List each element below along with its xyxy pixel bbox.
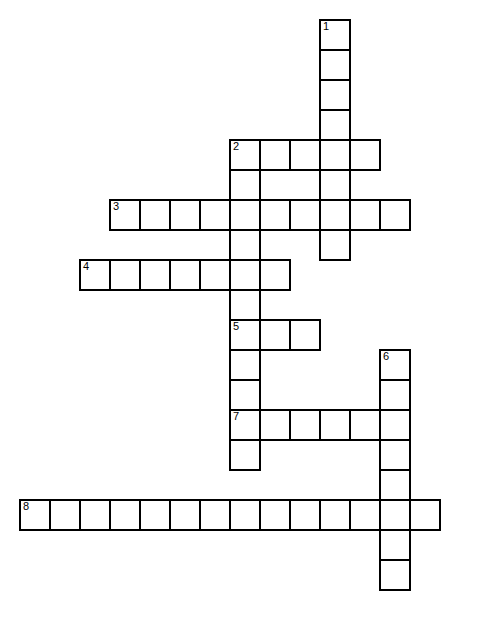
crossword-cell[interactable]	[199, 199, 231, 231]
crossword-cell[interactable]	[229, 379, 261, 411]
clue-number: 8	[23, 501, 29, 512]
crossword-cell[interactable]	[259, 499, 291, 531]
crossword-cell[interactable]	[259, 199, 291, 231]
crossword-cell[interactable]	[289, 199, 321, 231]
crossword-cell[interactable]	[349, 139, 381, 171]
crossword-cell[interactable]	[319, 199, 351, 231]
crossword-cell[interactable]	[109, 499, 141, 531]
crossword-cell[interactable]: 6	[379, 349, 411, 381]
crossword-board: 12345678	[20, 20, 440, 590]
crossword-cell[interactable]	[199, 259, 231, 291]
crossword-cell[interactable]	[139, 499, 171, 531]
crossword-cell[interactable]	[289, 139, 321, 171]
crossword-cell[interactable]	[109, 259, 141, 291]
crossword-cell[interactable]	[229, 199, 261, 231]
clue-number: 5	[233, 321, 239, 332]
crossword-cell[interactable]	[229, 289, 261, 321]
clue-number: 6	[383, 351, 389, 362]
crossword-cell[interactable]	[229, 439, 261, 471]
crossword-cell[interactable]	[349, 409, 381, 441]
crossword-cell[interactable]	[169, 499, 201, 531]
crossword-cell[interactable]	[379, 529, 411, 561]
crossword-cell[interactable]: 2	[229, 139, 261, 171]
crossword-cell[interactable]: 1	[319, 19, 351, 51]
crossword-cell[interactable]	[229, 259, 261, 291]
crossword-cell[interactable]: 5	[229, 319, 261, 351]
crossword-cell[interactable]	[379, 439, 411, 471]
crossword-cell[interactable]	[379, 409, 411, 441]
crossword-cell[interactable]	[379, 379, 411, 411]
crossword-cell[interactable]	[259, 319, 291, 351]
crossword-cell[interactable]	[229, 229, 261, 261]
crossword-cell[interactable]	[79, 499, 111, 531]
crossword-cell[interactable]	[379, 199, 411, 231]
crossword-cell[interactable]	[379, 499, 411, 531]
crossword-cell[interactable]: 3	[109, 199, 141, 231]
crossword-cell[interactable]	[259, 409, 291, 441]
crossword-cell[interactable]	[319, 169, 351, 201]
crossword-cell[interactable]	[289, 319, 321, 351]
crossword-cell[interactable]	[319, 79, 351, 111]
crossword-cell[interactable]: 4	[79, 259, 111, 291]
crossword-cell[interactable]	[379, 559, 411, 591]
crossword-cell[interactable]	[319, 229, 351, 261]
crossword-cell[interactable]	[379, 469, 411, 501]
crossword-cell[interactable]	[319, 139, 351, 171]
crossword-cell[interactable]	[319, 49, 351, 81]
crossword-cell[interactable]	[259, 259, 291, 291]
crossword-cell[interactable]	[169, 199, 201, 231]
crossword-cell[interactable]	[349, 499, 381, 531]
crossword-cell[interactable]: 8	[19, 499, 51, 531]
crossword-cell[interactable]	[319, 409, 351, 441]
crossword-cell[interactable]	[139, 199, 171, 231]
crossword-cell[interactable]	[289, 499, 321, 531]
crossword-cell[interactable]	[49, 499, 81, 531]
crossword-cell[interactable]	[229, 499, 261, 531]
crossword-cell[interactable]	[259, 139, 291, 171]
crossword-cell[interactable]	[319, 109, 351, 141]
crossword-puzzle-page: 12345678	[0, 0, 490, 640]
crossword-cell[interactable]	[289, 409, 321, 441]
crossword-cell[interactable]	[199, 499, 231, 531]
crossword-cell[interactable]	[169, 259, 201, 291]
clue-number: 7	[233, 411, 239, 422]
crossword-cell[interactable]	[229, 169, 261, 201]
crossword-cell[interactable]	[349, 199, 381, 231]
crossword-cell[interactable]	[319, 499, 351, 531]
clue-number: 4	[83, 261, 89, 272]
crossword-cell[interactable]	[409, 499, 441, 531]
crossword-cell[interactable]: 7	[229, 409, 261, 441]
clue-number: 1	[323, 21, 329, 32]
crossword-cell[interactable]	[139, 259, 171, 291]
clue-number: 2	[233, 141, 239, 152]
crossword-cell[interactable]	[229, 349, 261, 381]
clue-number: 3	[113, 201, 119, 212]
